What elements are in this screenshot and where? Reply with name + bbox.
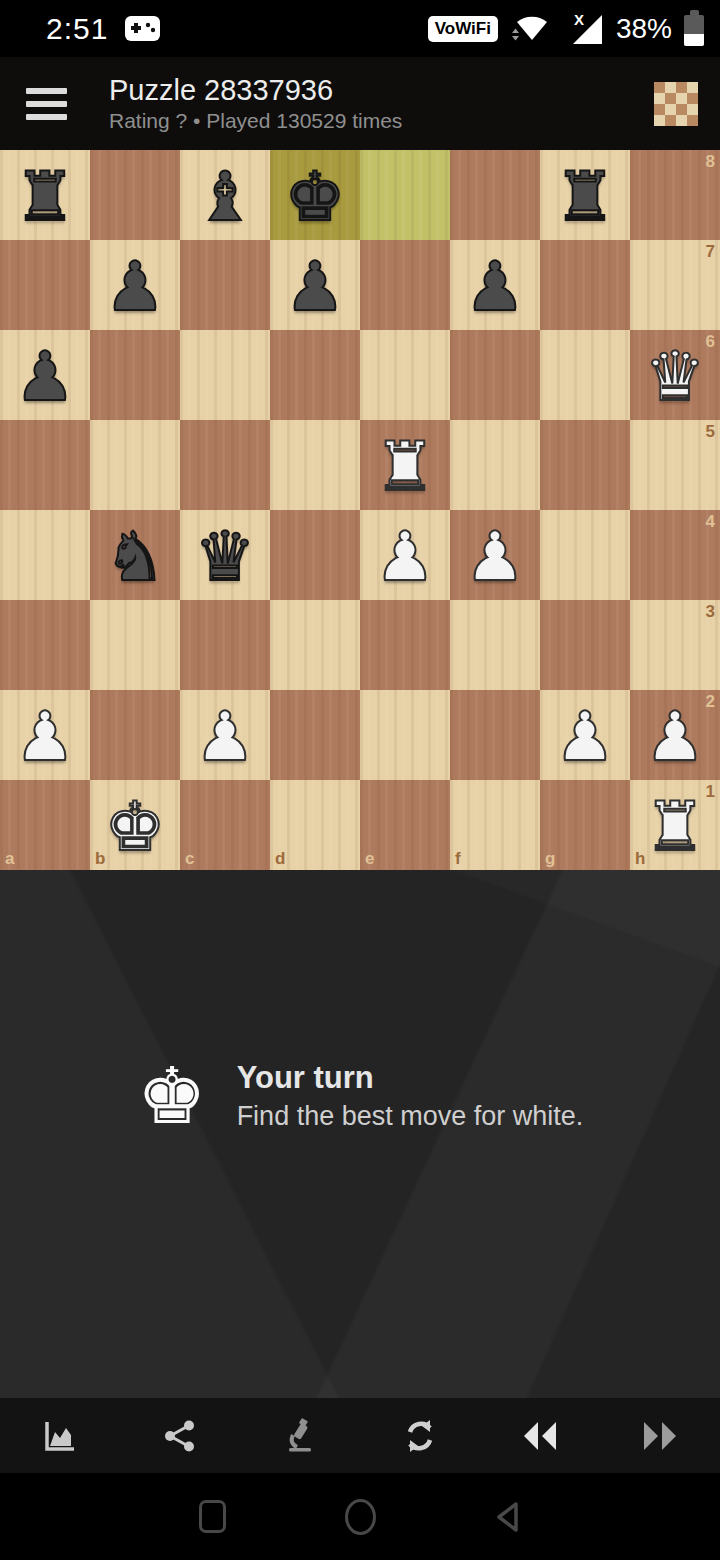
piece-white-pawn[interactable]: ♟ (0, 690, 90, 780)
piece-white-queen[interactable]: ♛ (630, 330, 720, 420)
rank-label-7: 7 (706, 242, 715, 262)
back-button[interactable] (490, 1499, 526, 1535)
piece-black-pawn[interactable]: ♟ (0, 330, 90, 420)
piece-white-king[interactable]: ♚ (90, 780, 180, 870)
vowifi-badge: VoWiFi (428, 16, 498, 42)
square-b3[interactable] (90, 600, 180, 690)
game-controller-icon (124, 15, 161, 42)
square-d1[interactable]: d (270, 780, 360, 870)
piece-white-pawn[interactable]: ♟ (180, 690, 270, 780)
retry-button[interactable] (360, 1398, 480, 1473)
square-g4[interactable] (540, 510, 630, 600)
home-button[interactable] (342, 1499, 378, 1535)
square-e1[interactable]: e (360, 780, 450, 870)
chart-icon (42, 1419, 78, 1453)
file-label-f: f (455, 849, 461, 869)
square-e3[interactable] (360, 600, 450, 690)
square-f5[interactable] (450, 420, 540, 510)
square-g2[interactable]: ♟ (540, 690, 630, 780)
square-f2[interactable] (450, 690, 540, 780)
rank-label-3: 3 (706, 602, 715, 622)
square-f6[interactable] (450, 330, 540, 420)
square-g6[interactable] (540, 330, 630, 420)
square-f8[interactable] (450, 150, 540, 240)
refresh-icon (402, 1418, 438, 1454)
square-g8[interactable]: ♜ (540, 150, 630, 240)
square-a5[interactable] (0, 420, 90, 510)
square-c1[interactable]: c (180, 780, 270, 870)
home-icon (345, 1499, 376, 1535)
piece-black-queen[interactable]: ♛ (180, 510, 270, 600)
piece-white-pawn[interactable]: ♟ (450, 510, 540, 600)
share-icon (163, 1419, 197, 1453)
square-a3[interactable] (0, 600, 90, 690)
file-label-d: d (275, 849, 285, 869)
square-h8[interactable]: 8 (630, 150, 720, 240)
piece-black-pawn[interactable]: ♟ (450, 240, 540, 330)
analysis-button[interactable] (240, 1398, 360, 1473)
square-h1[interactable]: ♜1h (630, 780, 720, 870)
square-b7[interactable]: ♟ (90, 240, 180, 330)
square-d7[interactable]: ♟ (270, 240, 360, 330)
square-h4[interactable]: 4 (630, 510, 720, 600)
square-d3[interactable] (270, 600, 360, 690)
square-d6[interactable] (270, 330, 360, 420)
page-title: Puzzle 28337936 (109, 73, 402, 107)
battery-icon (684, 10, 704, 48)
square-e4[interactable]: ♟ (360, 510, 450, 600)
piece-black-pawn[interactable]: ♟ (90, 240, 180, 330)
piece-white-rook[interactable]: ♜ (630, 780, 720, 870)
square-e2[interactable] (360, 690, 450, 780)
chess-board[interactable]: ♜♝♚♜8♟♟♟7♟♛6♜5♞♛♟♟43♟♟♟♟2a♚bcdefg♜1h (0, 150, 720, 870)
square-g1[interactable]: g (540, 780, 630, 870)
phone-screen: 2:51 VoWiFi X (0, 0, 720, 1560)
share-button[interactable] (120, 1398, 240, 1473)
square-f3[interactable] (450, 600, 540, 690)
rank-label-4: 4 (706, 512, 715, 532)
square-h2[interactable]: ♟2 (630, 690, 720, 780)
square-c4[interactable]: ♛ (180, 510, 270, 600)
square-b6[interactable] (90, 330, 180, 420)
file-label-a: a (5, 849, 14, 869)
piece-white-pawn[interactable]: ♟ (630, 690, 720, 780)
file-label-e: e (365, 849, 374, 869)
puzzle-stats: Rating ? • Played 130529 times (109, 107, 402, 135)
square-d4[interactable] (270, 510, 360, 600)
chart-button[interactable] (0, 1398, 120, 1473)
mini-chessboard-icon[interactable] (654, 82, 698, 126)
cell-signal-x-icon: X (564, 12, 604, 46)
square-b5[interactable] (90, 420, 180, 510)
android-nav-bar (0, 1473, 720, 1560)
square-a8[interactable]: ♜ (0, 150, 90, 240)
clock: 2:51 (46, 12, 108, 46)
square-a4[interactable] (0, 510, 90, 600)
back-icon (493, 1500, 523, 1534)
square-c5[interactable] (180, 420, 270, 510)
square-c3[interactable] (180, 600, 270, 690)
square-g3[interactable] (540, 600, 630, 690)
rank-label-8: 8 (706, 152, 715, 172)
square-h7[interactable]: 7 (630, 240, 720, 330)
app-header: Puzzle 28337936 Rating ? • Played 130529… (0, 57, 720, 150)
square-b4[interactable]: ♞ (90, 510, 180, 600)
white-king-icon: ♚ (137, 1056, 207, 1136)
piece-white-rook[interactable]: ♜ (360, 420, 450, 510)
turn-title: Your turn (237, 1058, 584, 1098)
rewind-icon (521, 1420, 559, 1452)
hamburger-menu-icon[interactable] (26, 88, 67, 120)
piece-black-pawn[interactable]: ♟ (270, 240, 360, 330)
piece-black-king[interactable]: ♚ (270, 150, 360, 240)
rank-label-5: 5 (706, 422, 715, 442)
square-a2[interactable]: ♟ (0, 690, 90, 780)
square-c8[interactable]: ♝ (180, 150, 270, 240)
square-c2[interactable]: ♟ (180, 690, 270, 780)
square-f7[interactable]: ♟ (450, 240, 540, 330)
file-label-g: g (545, 849, 555, 869)
square-a1[interactable]: a (0, 780, 90, 870)
square-h6[interactable]: ♛6 (630, 330, 720, 420)
square-e5[interactable]: ♜ (360, 420, 450, 510)
square-c7[interactable] (180, 240, 270, 330)
square-d2[interactable] (270, 690, 360, 780)
square-g7[interactable] (540, 240, 630, 330)
square-g5[interactable] (540, 420, 630, 510)
status-bar: 2:51 VoWiFi X (0, 0, 720, 57)
battery-percent: 38% (616, 13, 672, 45)
turn-subtitle: Find the best move for white. (237, 1098, 584, 1134)
square-d8[interactable]: ♚ (270, 150, 360, 240)
microscope-icon (283, 1418, 317, 1454)
piece-white-pawn[interactable]: ♟ (360, 510, 450, 600)
recents-icon (199, 1500, 226, 1533)
square-h5[interactable]: 5 (630, 420, 720, 510)
square-b8[interactable] (90, 150, 180, 240)
file-label-c: c (185, 849, 194, 869)
rewind-button[interactable] (480, 1398, 600, 1473)
square-f1[interactable]: f (450, 780, 540, 870)
square-e8[interactable] (360, 150, 450, 240)
square-d5[interactable] (270, 420, 360, 510)
fast-forward-button[interactable] (600, 1398, 720, 1473)
square-e6[interactable] (360, 330, 450, 420)
piece-white-pawn[interactable]: ♟ (540, 690, 630, 780)
piece-black-rook[interactable]: ♜ (0, 150, 90, 240)
square-e7[interactable] (360, 240, 450, 330)
piece-black-bishop[interactable]: ♝ (180, 150, 270, 240)
square-c6[interactable] (180, 330, 270, 420)
turn-prompt: ♚ Your turn Find the best move for white… (137, 1056, 584, 1136)
fast-forward-icon (641, 1420, 679, 1452)
svg-text:X: X (574, 12, 584, 28)
square-a6[interactable]: ♟ (0, 330, 90, 420)
recents-button[interactable] (194, 1499, 230, 1535)
square-f4[interactable]: ♟ (450, 510, 540, 600)
piece-black-knight[interactable]: ♞ (90, 510, 180, 600)
piece-black-rook[interactable]: ♜ (540, 150, 630, 240)
battery-fill (684, 34, 704, 46)
square-b2[interactable] (90, 690, 180, 780)
puzzle-feedback-panel: ♚ Your turn Find the best move for white… (0, 870, 720, 1398)
square-a7[interactable] (0, 240, 90, 330)
square-b1[interactable]: ♚b (90, 780, 180, 870)
square-h3[interactable]: 3 (630, 600, 720, 690)
wifi-icon (510, 12, 552, 46)
puzzle-toolbar (0, 1398, 720, 1473)
